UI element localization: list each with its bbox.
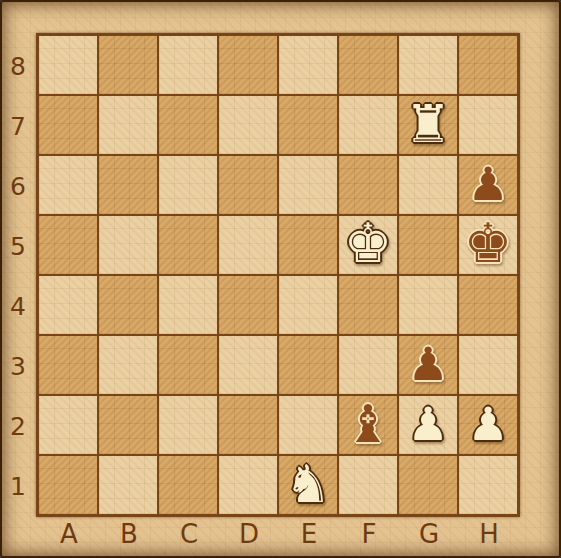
square-e7[interactable] xyxy=(279,96,337,154)
square-e3[interactable] xyxy=(279,336,337,394)
square-a8[interactable] xyxy=(39,36,97,94)
square-c1[interactable] xyxy=(159,456,217,514)
square-f7[interactable] xyxy=(339,96,397,154)
piece-white-pawn[interactable]: ♟ xyxy=(467,401,508,447)
file-labels: ABCDEFGH xyxy=(39,515,519,553)
file-label-h: H xyxy=(459,515,519,553)
square-g7[interactable]: ♜ xyxy=(399,96,457,154)
file-label-d: D xyxy=(219,515,279,553)
rank-labels: 87654321 xyxy=(0,36,36,516)
square-f2[interactable]: ♝ xyxy=(339,396,397,454)
square-d2[interactable] xyxy=(219,396,277,454)
file-label-c: C xyxy=(159,515,219,553)
square-c4[interactable] xyxy=(159,276,217,334)
square-a6[interactable] xyxy=(39,156,97,214)
square-h3[interactable] xyxy=(459,336,517,394)
square-e6[interactable] xyxy=(279,156,337,214)
square-g5[interactable] xyxy=(399,216,457,274)
square-b7[interactable] xyxy=(99,96,157,154)
file-label-b: B xyxy=(99,515,159,553)
square-e4[interactable] xyxy=(279,276,337,334)
square-h5[interactable]: ♚ xyxy=(459,216,517,274)
square-h8[interactable] xyxy=(459,36,517,94)
square-g4[interactable] xyxy=(399,276,457,334)
square-a7[interactable] xyxy=(39,96,97,154)
square-e2[interactable] xyxy=(279,396,337,454)
square-f3[interactable] xyxy=(339,336,397,394)
square-d8[interactable] xyxy=(219,36,277,94)
square-f8[interactable] xyxy=(339,36,397,94)
square-d5[interactable] xyxy=(219,216,277,274)
square-e5[interactable] xyxy=(279,216,337,274)
chessboard-scene: 87654321 ♜♟♚♚♟♝♟♟♞ ABCDEFGH xyxy=(0,0,561,558)
square-b2[interactable] xyxy=(99,396,157,454)
square-e8[interactable] xyxy=(279,36,337,94)
square-g8[interactable] xyxy=(399,36,457,94)
square-a4[interactable] xyxy=(39,276,97,334)
file-label-f: F xyxy=(339,515,399,553)
square-b6[interactable] xyxy=(99,156,157,214)
square-a5[interactable] xyxy=(39,216,97,274)
rank-label-1: 1 xyxy=(0,456,36,516)
rank-label-4: 4 xyxy=(0,276,36,336)
square-f4[interactable] xyxy=(339,276,397,334)
square-h7[interactable] xyxy=(459,96,517,154)
square-e1[interactable]: ♞ xyxy=(279,456,337,514)
rank-label-6: 6 xyxy=(0,156,36,216)
square-c2[interactable] xyxy=(159,396,217,454)
square-b1[interactable] xyxy=(99,456,157,514)
square-c6[interactable] xyxy=(159,156,217,214)
square-g2[interactable]: ♟ xyxy=(399,396,457,454)
square-b5[interactable] xyxy=(99,216,157,274)
piece-white-knight[interactable]: ♞ xyxy=(285,458,332,510)
square-h1[interactable] xyxy=(459,456,517,514)
rank-label-2: 2 xyxy=(0,396,36,456)
square-f5[interactable]: ♚ xyxy=(339,216,397,274)
square-d7[interactable] xyxy=(219,96,277,154)
file-label-e: E xyxy=(279,515,339,553)
square-h6[interactable]: ♟ xyxy=(459,156,517,214)
square-h4[interactable] xyxy=(459,276,517,334)
square-a3[interactable] xyxy=(39,336,97,394)
piece-black-pawn[interactable]: ♟ xyxy=(467,161,508,207)
piece-black-pawn[interactable]: ♟ xyxy=(407,341,448,387)
square-b4[interactable] xyxy=(99,276,157,334)
square-b3[interactable] xyxy=(99,336,157,394)
square-g1[interactable] xyxy=(399,456,457,514)
square-a2[interactable] xyxy=(39,396,97,454)
piece-white-pawn[interactable]: ♟ xyxy=(407,401,448,447)
rank-label-8: 8 xyxy=(0,36,36,96)
file-label-g: G xyxy=(399,515,459,553)
square-a1[interactable] xyxy=(39,456,97,514)
chess-board: ♜♟♚♚♟♝♟♟♞ xyxy=(36,33,520,517)
square-d6[interactable] xyxy=(219,156,277,214)
square-d1[interactable] xyxy=(219,456,277,514)
rank-label-7: 7 xyxy=(0,96,36,156)
square-c8[interactable] xyxy=(159,36,217,94)
square-h2[interactable]: ♟ xyxy=(459,396,517,454)
piece-black-king[interactable]: ♚ xyxy=(464,217,512,271)
square-c3[interactable] xyxy=(159,336,217,394)
file-label-a: A xyxy=(39,515,99,553)
square-c7[interactable] xyxy=(159,96,217,154)
rank-label-3: 3 xyxy=(0,336,36,396)
square-f1[interactable] xyxy=(339,456,397,514)
rank-label-5: 5 xyxy=(0,216,36,276)
square-c5[interactable] xyxy=(159,216,217,274)
square-d3[interactable] xyxy=(219,336,277,394)
piece-white-rook[interactable]: ♜ xyxy=(405,98,452,150)
square-g6[interactable] xyxy=(399,156,457,214)
square-g3[interactable]: ♟ xyxy=(399,336,457,394)
piece-white-king[interactable]: ♚ xyxy=(344,217,392,271)
square-f6[interactable] xyxy=(339,156,397,214)
piece-black-bishop[interactable]: ♝ xyxy=(345,398,392,450)
square-d4[interactable] xyxy=(219,276,277,334)
square-b8[interactable] xyxy=(99,36,157,94)
